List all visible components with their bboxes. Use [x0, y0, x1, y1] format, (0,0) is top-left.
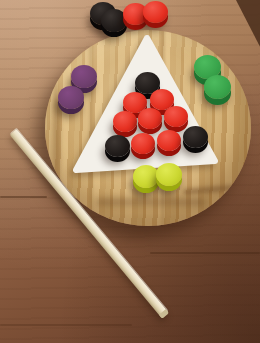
cap-red-reserve-top-red-2[interactable] — [143, 1, 168, 23]
cap-black-rack-r4c1[interactable] — [105, 135, 130, 157]
photo-scene — [0, 0, 260, 343]
cap-red-rack-r3c2[interactable] — [138, 108, 162, 129]
cap-red-rack-r4c3[interactable] — [157, 130, 181, 151]
cap-red-rack-r4c2[interactable] — [131, 133, 155, 154]
cap-red-rack-r3c3[interactable] — [164, 106, 188, 127]
cap-yellow-reserve-bottom-yellow-1[interactable] — [133, 165, 159, 188]
cap-green-reserve-right-green-2[interactable] — [204, 75, 231, 99]
cap-purple-reserve-left-purple-1[interactable] — [71, 65, 97, 88]
cap-black-rack-r4c4[interactable] — [183, 126, 208, 148]
cap-yellow-reserve-bottom-yellow-2[interactable] — [156, 163, 182, 186]
cap-purple-reserve-left-purple-2[interactable] — [58, 86, 84, 109]
cap-red-rack-r3c1[interactable] — [113, 111, 137, 132]
